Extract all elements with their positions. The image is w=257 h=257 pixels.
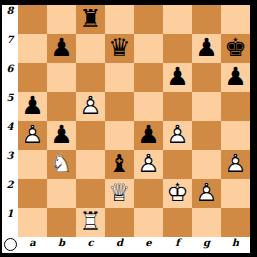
square-a1[interactable] [18,208,47,237]
piece-glyph: ♟ [18,92,47,121]
file-label-f: f [163,237,192,253]
piece-glyph: ♟ [47,34,76,63]
file-label-a: a [18,237,47,253]
square-e6[interactable] [134,63,163,92]
file-label-e: e [134,237,163,253]
square-c7[interactable] [76,34,105,63]
piece-outline: ♙ [192,179,221,208]
piece-black-pawn[interactable]: ♟ [18,92,47,121]
piece-outline: ♙ [76,92,105,121]
rank-label-1: 1 [2,208,18,237]
square-f1[interactable] [163,208,192,237]
square-c3[interactable] [76,150,105,179]
piece-glyph: ♚ [221,34,250,63]
piece-black-rook[interactable]: ♜ [76,5,105,34]
chess-board[interactable]: ♜♟♛♟♚♟♟♟♟♙♟♙♟♟♟♙♞♘♝♟♙♟♙♛♕♚♔♟♙♜♖ [18,5,250,237]
square-g6[interactable] [192,63,221,92]
piece-black-pawn[interactable]: ♟ [192,34,221,63]
square-c1[interactable]: ♜♖ [76,208,105,237]
square-c5[interactable]: ♟♙ [76,92,105,121]
square-e3[interactable]: ♟♙ [134,150,163,179]
file-label-h: h [221,237,250,253]
piece-black-pawn[interactable]: ♟ [163,63,192,92]
square-g4[interactable] [192,121,221,150]
piece-white-pawn[interactable]: ♟♙ [134,150,163,179]
square-g8[interactable] [192,5,221,34]
piece-white-pawn[interactable]: ♟♙ [163,121,192,150]
square-d1[interactable] [105,208,134,237]
square-b3[interactable]: ♞♘ [47,150,76,179]
square-e5[interactable] [134,92,163,121]
file-labels: abcdefgh [18,237,250,253]
square-e1[interactable] [134,208,163,237]
piece-white-pawn[interactable]: ♟♙ [221,150,250,179]
square-a5[interactable]: ♟ [18,92,47,121]
piece-outline: ♖ [76,208,105,237]
rank-label-3: 3 [2,150,18,179]
square-h6[interactable]: ♟ [221,63,250,92]
piece-black-pawn[interactable]: ♟ [134,121,163,150]
piece-glyph: ♝ [105,150,134,179]
square-f3[interactable] [163,150,192,179]
square-d7[interactable]: ♛ [105,34,134,63]
square-g3[interactable] [192,150,221,179]
square-b1[interactable] [47,208,76,237]
square-g7[interactable]: ♟ [192,34,221,63]
square-a6[interactable] [18,63,47,92]
piece-outline: ♙ [163,121,192,150]
square-a8[interactable] [18,5,47,34]
piece-glyph: ♟ [163,63,192,92]
square-f2[interactable]: ♚♔ [163,179,192,208]
square-d4[interactable] [105,121,134,150]
piece-glyph: ♟ [192,34,221,63]
piece-outline: ♔ [163,179,192,208]
piece-outline: ♙ [18,121,47,150]
rank-label-8: 8 [2,5,18,34]
piece-black-queen[interactable]: ♛ [105,34,134,63]
white-to-move-indicator [4,238,17,251]
file-label-b: b [47,237,76,253]
square-h4[interactable] [221,121,250,150]
square-h1[interactable] [221,208,250,237]
square-f4[interactable]: ♟♙ [163,121,192,150]
square-e2[interactable] [134,179,163,208]
piece-white-king[interactable]: ♚♔ [163,179,192,208]
square-f8[interactable] [163,5,192,34]
square-g1[interactable] [192,208,221,237]
piece-white-knight[interactable]: ♞♘ [47,150,76,179]
piece-outline: ♙ [221,150,250,179]
rank-label-7: 7 [2,34,18,63]
piece-glyph: ♟ [221,63,250,92]
square-b8[interactable] [47,5,76,34]
square-d8[interactable] [105,5,134,34]
square-d3[interactable]: ♝ [105,150,134,179]
square-c2[interactable] [76,179,105,208]
piece-outline: ♙ [134,150,163,179]
piece-glyph: ♟ [47,121,76,150]
rank-label-2: 2 [2,179,18,208]
square-a4[interactable]: ♟♙ [18,121,47,150]
piece-glyph: ♟ [134,121,163,150]
square-b5[interactable] [47,92,76,121]
piece-white-pawn[interactable]: ♟♙ [18,121,47,150]
square-c8[interactable]: ♜ [76,5,105,34]
piece-outline: ♕ [105,179,134,208]
piece-glyph: ♜ [76,5,105,34]
square-e8[interactable] [134,5,163,34]
piece-white-queen[interactable]: ♛♕ [105,179,134,208]
square-a2[interactable] [18,179,47,208]
piece-black-king[interactable]: ♚ [221,34,250,63]
square-a7[interactable] [18,34,47,63]
file-label-d: d [105,237,134,253]
file-label-g: g [192,237,221,253]
square-e7[interactable] [134,34,163,63]
square-f7[interactable] [163,34,192,63]
piece-white-rook[interactable]: ♜♖ [76,208,105,237]
square-h8[interactable] [221,5,250,34]
square-h5[interactable] [221,92,250,121]
square-b7[interactable]: ♟ [47,34,76,63]
piece-glyph: ♛ [105,34,134,63]
square-h2[interactable] [221,179,250,208]
rank-label-6: 6 [2,63,18,92]
piece-black-pawn[interactable]: ♟ [47,34,76,63]
square-a3[interactable] [18,150,47,179]
square-d6[interactable] [105,63,134,92]
square-h7[interactable]: ♚ [221,34,250,63]
square-h3[interactable]: ♟♙ [221,150,250,179]
piece-white-pawn[interactable]: ♟♙ [76,92,105,121]
square-c4[interactable] [76,121,105,150]
square-f6[interactable]: ♟ [163,63,192,92]
piece-black-bishop[interactable]: ♝ [105,150,134,179]
rank-label-5: 5 [2,92,18,121]
piece-outline: ♘ [47,150,76,179]
square-b4[interactable]: ♟ [47,121,76,150]
rank-label-4: 4 [2,121,18,150]
piece-white-pawn[interactable]: ♟♙ [192,179,221,208]
square-d2[interactable]: ♛♕ [105,179,134,208]
square-d5[interactable] [105,92,134,121]
piece-black-pawn[interactable]: ♟ [47,121,76,150]
chess-diagram: 87654321 ♜♟♛♟♚♟♟♟♟♙♟♙♟♟♟♙♞♘♝♟♙♟♙♛♕♚♔♟♙♜♖… [0,0,257,257]
square-e4[interactable]: ♟ [134,121,163,150]
rank-labels: 87654321 [2,5,18,237]
square-g2[interactable]: ♟♙ [192,179,221,208]
square-f5[interactable] [163,92,192,121]
square-c6[interactable] [76,63,105,92]
piece-black-pawn[interactable]: ♟ [221,63,250,92]
square-g5[interactable] [192,92,221,121]
board-margin: 87654321 ♜♟♛♟♚♟♟♟♟♙♟♙♟♟♟♙♞♘♝♟♙♟♙♛♕♚♔♟♙♜♖… [2,5,250,253]
file-label-c: c [76,237,105,253]
square-b6[interactable] [47,63,76,92]
square-b2[interactable] [47,179,76,208]
